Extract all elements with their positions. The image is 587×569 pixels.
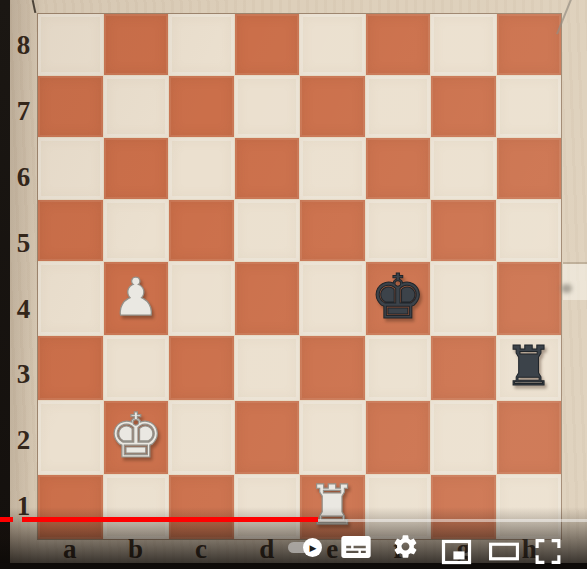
square-e3 bbox=[300, 336, 365, 400]
square-g7 bbox=[431, 76, 496, 137]
square-e5 bbox=[300, 200, 365, 261]
square-g1 bbox=[431, 475, 496, 539]
square-c1 bbox=[169, 475, 234, 539]
square-h6 bbox=[497, 138, 562, 199]
square-b5 bbox=[104, 200, 169, 261]
square-e6 bbox=[300, 138, 365, 199]
white-rook-e1: ♜ bbox=[308, 473, 357, 537]
rank-label-1: 1 bbox=[10, 474, 37, 540]
rank-label-3: 3 bbox=[10, 342, 37, 408]
square-b6 bbox=[104, 138, 169, 199]
white-king-b2: ♚ bbox=[108, 399, 164, 472]
square-g6 bbox=[431, 138, 496, 199]
square-g4 bbox=[431, 262, 496, 335]
square-f2 bbox=[366, 401, 431, 474]
square-a2 bbox=[38, 401, 103, 474]
photo-corner-mark bbox=[32, 0, 37, 13]
square-f4: ♚ bbox=[366, 262, 431, 335]
square-h3: ♜ bbox=[497, 336, 562, 400]
square-c2 bbox=[169, 401, 234, 474]
square-b2: ♚ bbox=[104, 401, 169, 474]
square-a6 bbox=[38, 138, 103, 199]
rank-label-6: 6 bbox=[10, 145, 37, 211]
square-h8 bbox=[497, 14, 562, 75]
square-a8 bbox=[38, 14, 103, 75]
square-d7 bbox=[235, 76, 300, 137]
square-c5 bbox=[169, 200, 234, 261]
autoplay-play-icon: ▶ bbox=[303, 538, 322, 557]
square-b8 bbox=[104, 14, 169, 75]
square-d4 bbox=[235, 262, 300, 335]
square-c4 bbox=[169, 262, 234, 335]
square-c7 bbox=[169, 76, 234, 137]
chess-board: ♟♚♜♚♜ bbox=[37, 13, 562, 540]
video-player-frame: ♟♚♜♚♜ 87654321 abcdefgh ▶ bbox=[0, 0, 587, 569]
rank-label-2: 2 bbox=[10, 408, 37, 474]
square-a4 bbox=[38, 262, 103, 335]
subtitles-icon[interactable] bbox=[341, 536, 371, 558]
square-h5 bbox=[497, 200, 562, 261]
wood-patch bbox=[563, 264, 587, 300]
square-d8 bbox=[235, 14, 300, 75]
wood-smudge bbox=[561, 284, 572, 293]
square-e2 bbox=[300, 401, 365, 474]
progress-bar-played-segment-1[interactable] bbox=[0, 517, 13, 522]
square-c8 bbox=[169, 14, 234, 75]
square-f6 bbox=[366, 138, 431, 199]
square-e1: ♜ bbox=[300, 475, 365, 539]
settings-gear-icon[interactable] bbox=[392, 533, 419, 560]
file-label-b: b bbox=[103, 536, 169, 563]
square-b1 bbox=[104, 475, 169, 539]
square-f7 bbox=[366, 76, 431, 137]
square-e7 bbox=[300, 76, 365, 137]
miniplayer-icon[interactable] bbox=[441, 539, 472, 565]
rank-label-7: 7 bbox=[10, 79, 37, 145]
square-h7 bbox=[497, 76, 562, 137]
square-b7 bbox=[104, 76, 169, 137]
square-a3 bbox=[38, 336, 103, 400]
theater-mode-icon[interactable] bbox=[488, 542, 520, 561]
square-g2 bbox=[431, 401, 496, 474]
square-b3 bbox=[104, 336, 169, 400]
square-f5 bbox=[366, 200, 431, 261]
square-c3 bbox=[169, 336, 234, 400]
progress-bar-remaining[interactable] bbox=[318, 519, 587, 522]
square-f1 bbox=[366, 475, 431, 539]
white-pawn-b4: ♟ bbox=[112, 267, 159, 327]
square-f3 bbox=[366, 336, 431, 400]
square-d2 bbox=[235, 401, 300, 474]
square-g5 bbox=[431, 200, 496, 261]
black-rook-h3: ♜ bbox=[504, 334, 553, 398]
square-g3 bbox=[431, 336, 496, 400]
square-a5 bbox=[38, 200, 103, 261]
square-d3 bbox=[235, 336, 300, 400]
square-b4: ♟ bbox=[104, 262, 169, 335]
autoplay-toggle[interactable]: ▶ bbox=[288, 538, 324, 556]
rank-label-8: 8 bbox=[10, 13, 37, 79]
square-h2 bbox=[497, 401, 562, 474]
square-d6 bbox=[235, 138, 300, 199]
chessboard-photo: ♟♚♜♚♜ 87654321 abcdefgh bbox=[10, 0, 587, 563]
square-d1 bbox=[235, 475, 300, 539]
square-e4 bbox=[300, 262, 365, 335]
square-h4 bbox=[497, 262, 562, 335]
square-g8 bbox=[431, 14, 496, 75]
fullscreen-icon[interactable] bbox=[533, 537, 563, 566]
square-a1 bbox=[38, 475, 103, 539]
square-h1 bbox=[497, 475, 562, 539]
square-e8 bbox=[300, 14, 365, 75]
square-c6 bbox=[169, 138, 234, 199]
square-a7 bbox=[38, 76, 103, 137]
square-d5 bbox=[235, 200, 300, 261]
progress-bar-played-segment-2[interactable] bbox=[22, 517, 318, 522]
file-label-a: a bbox=[37, 536, 103, 563]
rank-label-4: 4 bbox=[10, 277, 37, 343]
letterbox-left bbox=[0, 0, 10, 569]
file-label-c: c bbox=[168, 536, 234, 563]
square-f8 bbox=[366, 14, 431, 75]
rank-label-5: 5 bbox=[10, 211, 37, 277]
letterbox-bottom bbox=[0, 563, 587, 569]
black-king-f4: ♚ bbox=[370, 260, 426, 333]
